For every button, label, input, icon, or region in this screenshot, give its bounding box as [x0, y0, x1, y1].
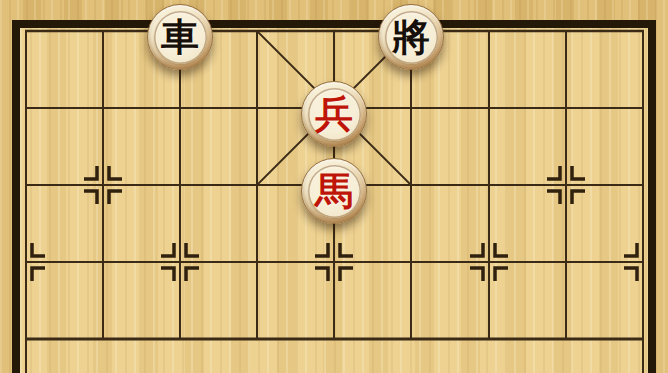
piece-black-chariot[interactable]: 車 [147, 4, 213, 70]
piece-glyph-black-chariot: 車 [161, 18, 199, 56]
xiangqi-board: 車將兵馬 [0, 0, 668, 373]
piece-face: 車 [154, 11, 207, 64]
piece-red-horse[interactable]: 馬 [301, 158, 367, 224]
piece-glyph-red-soldier: 兵 [315, 95, 353, 133]
piece-black-general[interactable]: 將 [378, 4, 444, 70]
piece-glyph-red-horse: 馬 [315, 172, 353, 210]
piece-red-soldier[interactable]: 兵 [301, 81, 367, 147]
piece-face: 兵 [308, 88, 361, 141]
piece-glyph-black-general: 將 [392, 18, 430, 56]
piece-face: 馬 [308, 165, 361, 218]
piece-face: 將 [385, 11, 438, 64]
